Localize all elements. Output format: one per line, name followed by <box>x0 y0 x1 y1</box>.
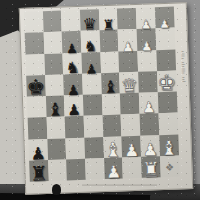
white-pawn[interactable]: ♟ <box>142 101 156 116</box>
manufacturer-emblem: ❖ <box>165 163 174 173</box>
white-pawn[interactable]: ♟ <box>106 164 122 182</box>
square-a1[interactable]: ♜ <box>29 160 48 182</box>
square-h8[interactable]: ♟ <box>155 7 174 29</box>
white-pawn[interactable]: ♟ <box>142 141 158 159</box>
square-b6[interactable] <box>44 53 63 75</box>
square-a7[interactable] <box>25 32 44 54</box>
square-b1[interactable] <box>48 159 67 181</box>
black-pawn[interactable]: ♟ <box>67 83 80 97</box>
black-pawn[interactable]: ♟ <box>66 42 78 55</box>
square-d4[interactable] <box>83 94 102 116</box>
square-g1[interactable]: ♜ <box>141 156 160 178</box>
square-h6[interactable] <box>156 49 175 71</box>
board-fold-seam <box>82 185 157 186</box>
white-queen[interactable]: ♛ <box>120 76 138 96</box>
black-king[interactable]: ♚ <box>26 77 46 99</box>
white-pawn[interactable]: ♟ <box>124 142 140 160</box>
black-rook[interactable]: ♜ <box>30 163 49 184</box>
white-pawn[interactable]: ♟ <box>122 40 134 53</box>
white-bishop[interactable]: ♝ <box>104 140 123 161</box>
square-a6[interactable] <box>25 54 44 76</box>
square-e6[interactable] <box>100 51 119 73</box>
white-king[interactable]: ♚ <box>157 73 177 95</box>
square-e5[interactable]: ♝ <box>101 72 120 94</box>
square-b2[interactable] <box>47 138 66 160</box>
square-e3[interactable] <box>102 115 121 137</box>
square-c1[interactable] <box>66 159 85 181</box>
off-board-piece-blob <box>52 184 61 195</box>
square-b5[interactable] <box>45 74 64 96</box>
black-pawn[interactable]: ♟ <box>67 103 81 118</box>
black-knight[interactable]: ♞ <box>84 39 98 54</box>
square-b7[interactable] <box>43 32 62 54</box>
square-b4[interactable]: ♝ <box>46 96 65 118</box>
black-bishop[interactable]: ♝ <box>103 79 119 97</box>
black-pawn[interactable]: ♟ <box>85 62 97 75</box>
square-g2[interactable]: ♟ <box>140 135 159 157</box>
black-pawn[interactable]: ♟ <box>30 145 46 163</box>
black-bishop[interactable]: ♝ <box>47 101 64 120</box>
square-a5[interactable]: ♚ <box>26 75 45 97</box>
square-f8[interactable] <box>117 8 136 30</box>
black-rook[interactable]: ♜ <box>102 18 115 32</box>
square-f3[interactable] <box>121 114 140 136</box>
square-h2[interactable]: ♝ <box>159 134 178 156</box>
square-a3[interactable] <box>28 118 47 140</box>
manufacturer-stamp-text: ıllı ılıllı ııl <box>180 51 186 83</box>
black-knight[interactable]: ♞ <box>65 60 80 76</box>
square-d1[interactable] <box>85 158 104 180</box>
photo-scene: ♛♜♟♟♟♞♟♟♞♟♚♟♝♛♚♝♟♟♟♝♟♟♝♜♟♜❖ ıllı ılıllı … <box>0 0 200 200</box>
white-pawn[interactable]: ♟ <box>140 19 151 31</box>
square-b8[interactable] <box>43 11 62 33</box>
board-grid: ♛♜♟♟♟♞♟♟♞♟♚♟♝♛♚♝♟♟♟♝♟♟♝♜♟♜❖ <box>24 7 179 182</box>
white-rook[interactable]: ♜ <box>142 160 161 181</box>
square-f7[interactable]: ♟ <box>118 29 137 51</box>
square-a2[interactable]: ♟ <box>28 139 47 161</box>
square-e8[interactable]: ♜ <box>99 9 118 31</box>
square-g4[interactable]: ♟ <box>139 92 158 114</box>
square-c2[interactable] <box>66 138 85 160</box>
square-c8[interactable] <box>61 10 80 32</box>
square-f5[interactable]: ♛ <box>120 72 139 94</box>
square-g5[interactable] <box>138 71 157 93</box>
square-a8[interactable] <box>24 11 43 33</box>
white-pawn[interactable]: ♟ <box>141 39 153 52</box>
square-d8[interactable]: ♛ <box>80 9 99 31</box>
square-h5[interactable]: ♚ <box>157 70 176 92</box>
table-bottom-shadow <box>0 193 150 200</box>
square-f2[interactable]: ♟ <box>122 136 141 158</box>
white-pawn[interactable]: ♟ <box>159 18 170 30</box>
square-d2[interactable] <box>84 137 103 159</box>
chess-board: ♛♜♟♟♟♞♟♟♞♟♚♟♝♛♚♝♟♟♟♝♟♟♝♜♟♜❖ ıllı ılıllı … <box>19 2 193 195</box>
square-h3[interactable] <box>158 113 177 135</box>
square-e2[interactable]: ♝ <box>103 136 122 158</box>
square-d3[interactable] <box>84 116 103 138</box>
square-g8[interactable]: ♟ <box>136 7 155 29</box>
square-c7[interactable]: ♟ <box>62 31 81 53</box>
white-bishop[interactable]: ♝ <box>160 138 179 159</box>
black-queen[interactable]: ♛ <box>82 17 97 33</box>
